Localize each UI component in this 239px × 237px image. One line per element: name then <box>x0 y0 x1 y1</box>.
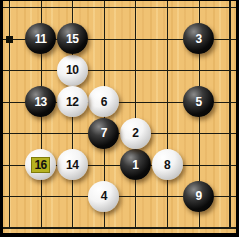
stone-black-13[interactable]: 13 <box>25 86 56 117</box>
move-number: 2 <box>132 127 138 139</box>
stone-black-11[interactable]: 11 <box>25 23 56 54</box>
move-number: 13 <box>34 96 46 108</box>
move-number: 12 <box>66 96 78 108</box>
board-bottom-edge-line <box>3 227 236 229</box>
grid-hline <box>3 7 236 8</box>
stone-white-14[interactable]: 14 <box>57 149 88 180</box>
move-number: 5 <box>196 96 202 108</box>
move-number: 1 <box>132 159 138 171</box>
stone-white-2[interactable]: 2 <box>120 118 151 149</box>
move-number: 7 <box>101 127 107 139</box>
stone-black-1[interactable]: 1 <box>120 149 151 180</box>
stone-white-12[interactable]: 12 <box>57 86 88 117</box>
move-number: 9 <box>196 190 202 202</box>
move-number: 15 <box>66 33 78 45</box>
move-number: 14 <box>66 159 78 171</box>
last-move-highlight: 16 <box>31 157 49 173</box>
stone-black-5[interactable]: 5 <box>183 86 214 117</box>
grid-vline <box>229 1 231 229</box>
stone-white-10[interactable]: 10 <box>57 55 88 86</box>
grid-vline <box>167 1 168 229</box>
stone-white-4[interactable]: 4 <box>88 181 119 212</box>
stone-white-8[interactable]: 8 <box>152 149 183 180</box>
stone-white-6[interactable]: 6 <box>88 86 119 117</box>
grid-vline <box>135 1 136 229</box>
stone-black-7[interactable]: 7 <box>88 118 119 149</box>
move-number: 8 <box>164 159 170 171</box>
stone-black-3[interactable]: 3 <box>183 23 214 54</box>
move-number: 10 <box>66 64 78 76</box>
stone-black-9[interactable]: 9 <box>183 181 214 212</box>
move-number: 6 <box>101 96 107 108</box>
stone-black-15[interactable]: 15 <box>57 23 88 54</box>
star-point <box>6 36 13 43</box>
move-number: 4 <box>101 190 107 202</box>
grid-hline <box>3 70 236 71</box>
diagram-frame: 12345678910111213141516 <box>0 0 239 237</box>
move-number: 11 <box>35 33 47 45</box>
stone-white-16[interactable]: 16 <box>25 149 56 180</box>
move-number: 3 <box>196 33 202 45</box>
go-board[interactable]: 12345678910111213141516 <box>3 1 236 233</box>
